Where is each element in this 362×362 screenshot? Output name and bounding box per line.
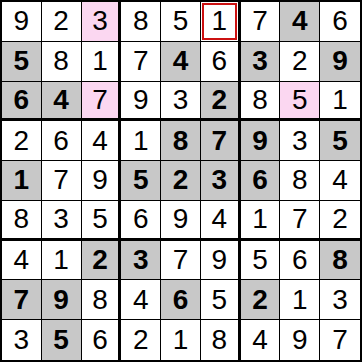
cell-r2c4[interactable]: 7 xyxy=(121,42,161,82)
cell-r2c3[interactable]: 1 xyxy=(82,42,122,82)
cell-r1c4[interactable]: 8 xyxy=(121,2,161,42)
cell-r4c6[interactable]: 7 xyxy=(201,121,241,161)
cell-r4c4[interactable]: 1 xyxy=(121,121,161,161)
cell-r7c6[interactable]: 9 xyxy=(201,241,241,281)
cell-r3c5[interactable]: 3 xyxy=(161,82,201,122)
cell-r7c1[interactable]: 4 xyxy=(2,241,42,281)
cell-r2c7[interactable]: 3 xyxy=(241,42,281,82)
cell-r1c6[interactable]: 1 xyxy=(201,2,241,42)
cell-r4c3[interactable]: 4 xyxy=(82,121,122,161)
cell-r5c8[interactable]: 8 xyxy=(280,161,320,201)
cell-r9c4[interactable]: 2 xyxy=(121,320,161,360)
cell-r6c2[interactable]: 3 xyxy=(42,201,82,241)
cell-r6c1[interactable]: 8 xyxy=(2,201,42,241)
cell-r5c7[interactable]: 6 xyxy=(241,161,281,201)
cell-r3c6[interactable]: 2 xyxy=(201,82,241,122)
cell-r6c4[interactable]: 6 xyxy=(121,201,161,241)
cell-r2c2[interactable]: 8 xyxy=(42,42,82,82)
cell-r1c8[interactable]: 4 xyxy=(280,2,320,42)
cell-r4c7[interactable]: 9 xyxy=(241,121,281,161)
cell-r8c7[interactable]: 2 xyxy=(241,280,281,320)
cell-r3c1[interactable]: 6 xyxy=(2,82,42,122)
cell-r1c2[interactable]: 2 xyxy=(42,2,82,42)
cell-r5c3[interactable]: 9 xyxy=(82,161,122,201)
cell-r5c5[interactable]: 2 xyxy=(161,161,201,201)
cell-r9c2[interactable]: 5 xyxy=(42,320,82,360)
cell-r8c4[interactable]: 4 xyxy=(121,280,161,320)
cell-r6c3[interactable]: 5 xyxy=(82,201,122,241)
cell-r5c1[interactable]: 1 xyxy=(2,161,42,201)
cell-r3c9[interactable]: 1 xyxy=(320,82,360,122)
cell-r9c1[interactable]: 3 xyxy=(2,320,42,360)
cell-r7c9[interactable]: 8 xyxy=(320,241,360,281)
cell-r6c5[interactable]: 9 xyxy=(161,201,201,241)
cell-r9c9[interactable]: 7 xyxy=(320,320,360,360)
cell-r8c9[interactable]: 3 xyxy=(320,280,360,320)
cell-r1c1[interactable]: 9 xyxy=(2,2,42,42)
cell-r8c8[interactable]: 1 xyxy=(280,280,320,320)
cell-r5c4[interactable]: 5 xyxy=(121,161,161,201)
cell-r6c8[interactable]: 7 xyxy=(280,201,320,241)
cell-r2c9[interactable]: 9 xyxy=(320,42,360,82)
cell-r3c3[interactable]: 7 xyxy=(82,82,122,122)
cell-r8c5[interactable]: 6 xyxy=(161,280,201,320)
cell-r8c6[interactable]: 5 xyxy=(201,280,241,320)
cell-r7c4[interactable]: 3 xyxy=(121,241,161,281)
cell-r7c7[interactable]: 5 xyxy=(241,241,281,281)
cell-r4c2[interactable]: 6 xyxy=(42,121,82,161)
cell-r3c8[interactable]: 5 xyxy=(280,82,320,122)
cell-r1c9[interactable]: 6 xyxy=(320,2,360,42)
cell-r9c5[interactable]: 1 xyxy=(161,320,201,360)
cell-r2c5[interactable]: 4 xyxy=(161,42,201,82)
cell-r4c8[interactable]: 3 xyxy=(280,121,320,161)
cell-r6c9[interactable]: 2 xyxy=(320,201,360,241)
cell-r6c6[interactable]: 4 xyxy=(201,201,241,241)
cell-r9c3[interactable]: 6 xyxy=(82,320,122,360)
cell-r5c9[interactable]: 4 xyxy=(320,161,360,201)
cell-r7c5[interactable]: 7 xyxy=(161,241,201,281)
cell-r6c7[interactable]: 1 xyxy=(241,201,281,241)
cell-r9c8[interactable]: 9 xyxy=(280,320,320,360)
cell-r8c1[interactable]: 7 xyxy=(2,280,42,320)
cell-r5c2[interactable]: 7 xyxy=(42,161,82,201)
cell-r3c4[interactable]: 9 xyxy=(121,82,161,122)
cell-r3c7[interactable]: 8 xyxy=(241,82,281,122)
cell-r1c3[interactable]: 3 xyxy=(82,2,122,42)
cell-r9c7[interactable]: 4 xyxy=(241,320,281,360)
cell-r7c3[interactable]: 2 xyxy=(82,241,122,281)
cell-r2c8[interactable]: 2 xyxy=(280,42,320,82)
cell-r4c9[interactable]: 5 xyxy=(320,121,360,161)
cell-r1c7[interactable]: 7 xyxy=(241,2,281,42)
cell-r8c3[interactable]: 8 xyxy=(82,280,122,320)
cell-r3c2[interactable]: 4 xyxy=(42,82,82,122)
sudoku-board: 9238517465817463296479328512641879351795… xyxy=(0,0,362,362)
cell-r8c2[interactable]: 9 xyxy=(42,280,82,320)
cell-r2c1[interactable]: 5 xyxy=(2,42,42,82)
cell-r5c6[interactable]: 3 xyxy=(201,161,241,201)
cell-r9c6[interactable]: 8 xyxy=(201,320,241,360)
cell-r4c1[interactable]: 2 xyxy=(2,121,42,161)
cell-r1c5[interactable]: 5 xyxy=(161,2,201,42)
cell-r7c2[interactable]: 1 xyxy=(42,241,82,281)
cell-r2c6[interactable]: 6 xyxy=(201,42,241,82)
cell-r7c8[interactable]: 6 xyxy=(280,241,320,281)
cell-r4c5[interactable]: 8 xyxy=(161,121,201,161)
